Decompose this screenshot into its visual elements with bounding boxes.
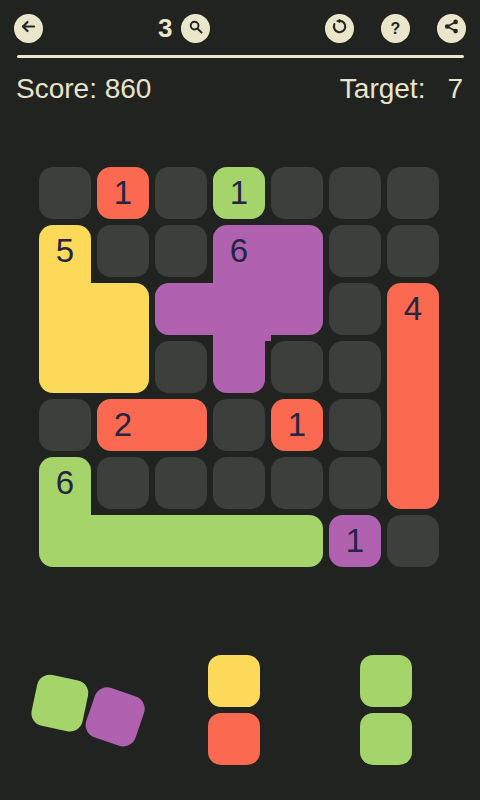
board-cell-r6c2[interactable] [97,457,149,509]
board-cell-r2c3[interactable] [155,225,207,277]
tray-piece-2-cell-yellow[interactable] [208,655,260,707]
piece-green-6-cell[interactable] [155,515,213,567]
board-cell-r5c1[interactable] [39,399,91,451]
board-cell-r4c3[interactable] [155,341,207,393]
piece-purple-6-cell[interactable] [271,225,323,283]
piece-green-1-top-value: 1 [213,167,265,219]
piece-red-1-mid-value: 1 [271,399,323,451]
piece-yellow-5-cell[interactable] [39,341,97,393]
board-cell-r6c5[interactable] [271,457,323,509]
tray-piece-3-cell-green[interactable] [360,655,412,707]
board-cell-r5c6[interactable] [329,399,381,451]
piece-red-4-value: 4 [387,283,439,335]
piece-green-6-value: 6 [39,457,91,509]
board-cell-r7c7[interactable] [387,515,439,567]
board-cell-r4c5[interactable] [271,341,323,393]
tray-piece-1-cell-green[interactable] [29,672,91,734]
tray-piece-2-cell-red[interactable] [208,713,260,765]
piece-green-6-cell[interactable] [271,515,323,567]
board-cell-r1c7[interactable] [387,167,439,219]
tray-piece-3[interactable] [360,655,412,765]
board-cell-r1c3[interactable] [155,167,207,219]
piece-yellow-5-value: 5 [39,225,91,277]
tray-piece-1[interactable] [28,672,146,749]
piece-purple-1-value: 1 [329,515,381,567]
piece-green-6-cell[interactable] [213,515,271,567]
board-cell-r6c6[interactable] [329,457,381,509]
piece-yellow-5-cell[interactable] [97,341,149,393]
game-board: 115642161 [0,0,480,600]
piece-purple-6-value: 6 [213,225,265,277]
piece-red-4-cell[interactable] [387,399,439,457]
piece-red-4-cell[interactable] [387,457,439,509]
board-cell-r4c6[interactable] [329,341,381,393]
board-cell-r3c6[interactable] [329,283,381,335]
piece-green-6-cell[interactable] [39,515,97,567]
board-cell-r2c7[interactable] [387,225,439,277]
board-cell-r6c4[interactable] [213,457,265,509]
piece-red-2-value: 2 [97,399,149,451]
piece-purple-6-cell[interactable] [271,283,323,335]
board-cell-r1c6[interactable] [329,167,381,219]
piece-purple-6-cell[interactable] [213,341,265,393]
board-cell-r2c6[interactable] [329,225,381,277]
board-cell-r2c2[interactable] [97,225,149,277]
piece-yellow-5-cell[interactable] [97,283,149,341]
tray-piece-1-cell-purple[interactable] [82,684,148,750]
piece-red-2-cell[interactable] [155,399,207,451]
board-cell-r1c5[interactable] [271,167,323,219]
piece-purple-6-cell[interactable] [155,283,213,335]
piece-red-4-cell[interactable] [387,341,439,399]
piece-yellow-5-cell[interactable] [39,283,97,341]
piece-green-6-cell[interactable] [97,515,155,567]
board-cell-r6c3[interactable] [155,457,207,509]
app-screen: 3 ? [0,0,480,800]
piece-red-1-top-value: 1 [97,167,149,219]
tray-piece-2[interactable] [208,655,260,765]
board-cell-r1c1[interactable] [39,167,91,219]
tray-piece-3-cell-green[interactable] [360,713,412,765]
piece-purple-6-cell[interactable] [213,283,271,341]
board-cell-r5c4[interactable] [213,399,265,451]
